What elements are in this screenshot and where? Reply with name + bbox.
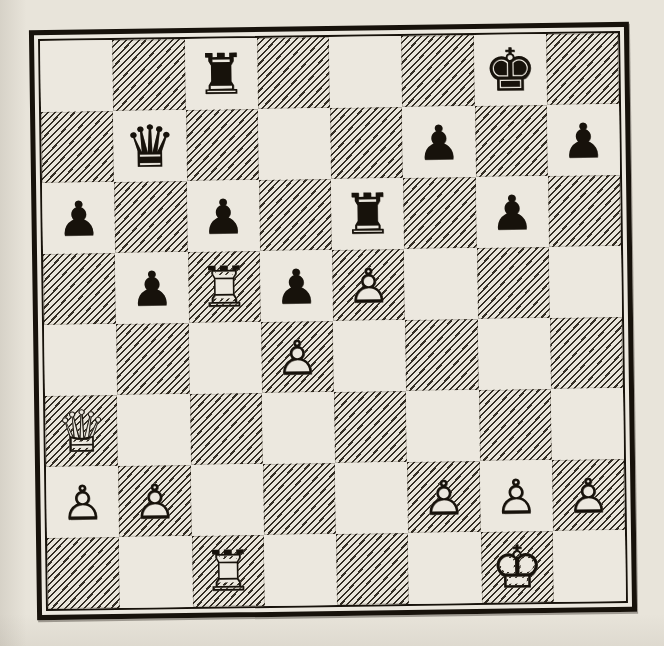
square-e1[interactable] [336,533,409,605]
black-pawn-h7: ♟ [562,116,606,165]
square-b6[interactable] [114,181,187,253]
square-c7[interactable] [186,109,259,181]
square-f5[interactable] [404,248,477,320]
square-d4[interactable]: ♙ [261,321,334,393]
square-a3[interactable]: ♕ [45,395,118,467]
square-h4[interactable] [550,317,623,389]
square-h8[interactable] [546,33,619,105]
square-g4[interactable] [477,318,550,390]
square-a2[interactable]: ♙ [46,466,119,538]
square-a7[interactable] [41,111,114,183]
white-queen-a3: ♕ [55,402,108,461]
square-g3[interactable] [478,389,551,461]
square-h7[interactable]: ♟ [547,104,620,176]
black-rook-e6: ♜ [342,186,393,243]
square-c1[interactable]: ♖ [191,535,264,607]
square-b3[interactable] [117,394,190,466]
black-pawn-c6: ♟ [201,192,245,241]
white-rook-c5: ♖ [199,259,250,316]
white-pawn-a2: ♙ [61,478,105,527]
black-king-g8: ♚ [483,40,537,100]
square-f6[interactable] [403,177,476,249]
square-g1[interactable]: ♔ [480,531,553,603]
square-d2[interactable] [263,463,336,535]
square-g8[interactable]: ♚ [474,34,547,106]
square-e3[interactable] [334,391,407,463]
square-f4[interactable] [405,319,478,391]
square-e6[interactable]: ♜ [331,178,404,250]
square-h3[interactable] [551,388,624,460]
square-f8[interactable] [401,35,474,107]
chess-board-inner-border: ♜♚♛♟♟♟♟♜♟♟♖♟♙♙♕♙♙♙♙♙♖♔ [38,31,628,611]
black-pawn-a6: ♟ [57,194,101,243]
book-page: ♜♚♛♟♟♟♟♜♟♟♖♟♙♙♕♙♙♙♙♙♖♔ [0,0,664,646]
square-d7[interactable] [258,108,331,180]
square-c5[interactable]: ♖ [188,251,261,323]
square-h5[interactable] [549,246,622,318]
square-h6[interactable] [548,175,621,247]
square-b1[interactable] [119,536,192,608]
square-a4[interactable] [44,324,117,396]
black-pawn-g6: ♟ [490,188,534,237]
square-b7[interactable]: ♛ [113,110,186,182]
white-rook-c1: ♖ [203,543,254,600]
square-e5[interactable]: ♙ [332,249,405,321]
black-queen-b7: ♛ [124,117,177,176]
square-a8[interactable] [40,40,113,112]
square-c6[interactable]: ♟ [187,180,260,252]
square-c2[interactable] [190,464,263,536]
square-e4[interactable] [333,320,406,392]
white-pawn-d4: ♙ [276,333,320,382]
white-king-g1: ♔ [490,537,544,597]
square-f1[interactable] [408,532,481,604]
square-b2[interactable]: ♙ [118,465,191,537]
square-c3[interactable] [190,393,263,465]
black-pawn-f7: ♟ [417,118,461,167]
square-f7[interactable]: ♟ [402,106,475,178]
square-b5[interactable]: ♟ [115,252,188,324]
chess-board: ♜♚♛♟♟♟♟♜♟♟♖♟♙♙♕♙♙♙♙♙♖♔ [40,33,626,609]
square-a5[interactable] [43,253,116,325]
white-pawn-h2: ♙ [566,471,610,520]
square-b8[interactable] [112,39,185,111]
square-d6[interactable] [259,179,332,251]
square-b4[interactable] [116,323,189,395]
square-f2[interactable]: ♙ [407,461,480,533]
white-pawn-e5: ♙ [347,261,391,310]
square-h2[interactable]: ♙ [552,459,625,531]
square-g2[interactable]: ♙ [479,460,552,532]
square-g7[interactable] [475,105,548,177]
square-c8[interactable]: ♜ [185,38,258,110]
square-e8[interactable] [329,36,402,108]
square-d5[interactable]: ♟ [260,250,333,322]
black-pawn-d5: ♟ [275,262,319,311]
square-d1[interactable] [264,534,337,606]
white-pawn-g2: ♙ [494,472,538,521]
square-a1[interactable] [47,537,120,609]
black-rook-c8: ♜ [196,46,247,103]
square-e7[interactable] [330,107,403,179]
white-pawn-b2: ♙ [133,477,177,526]
black-pawn-b5: ♟ [130,264,174,313]
square-f3[interactable] [406,390,479,462]
chess-board-frame: ♜♚♛♟♟♟♟♜♟♟♖♟♙♙♕♙♙♙♙♙♖♔ [29,22,637,620]
square-c4[interactable] [189,322,262,394]
square-e2[interactable] [335,462,408,534]
square-g5[interactable] [476,247,549,319]
square-g6[interactable]: ♟ [476,176,549,248]
square-h1[interactable] [553,530,626,602]
white-pawn-f2: ♙ [422,473,466,522]
square-d3[interactable] [262,392,335,464]
square-a6[interactable]: ♟ [42,182,115,254]
square-d8[interactable] [257,37,330,109]
